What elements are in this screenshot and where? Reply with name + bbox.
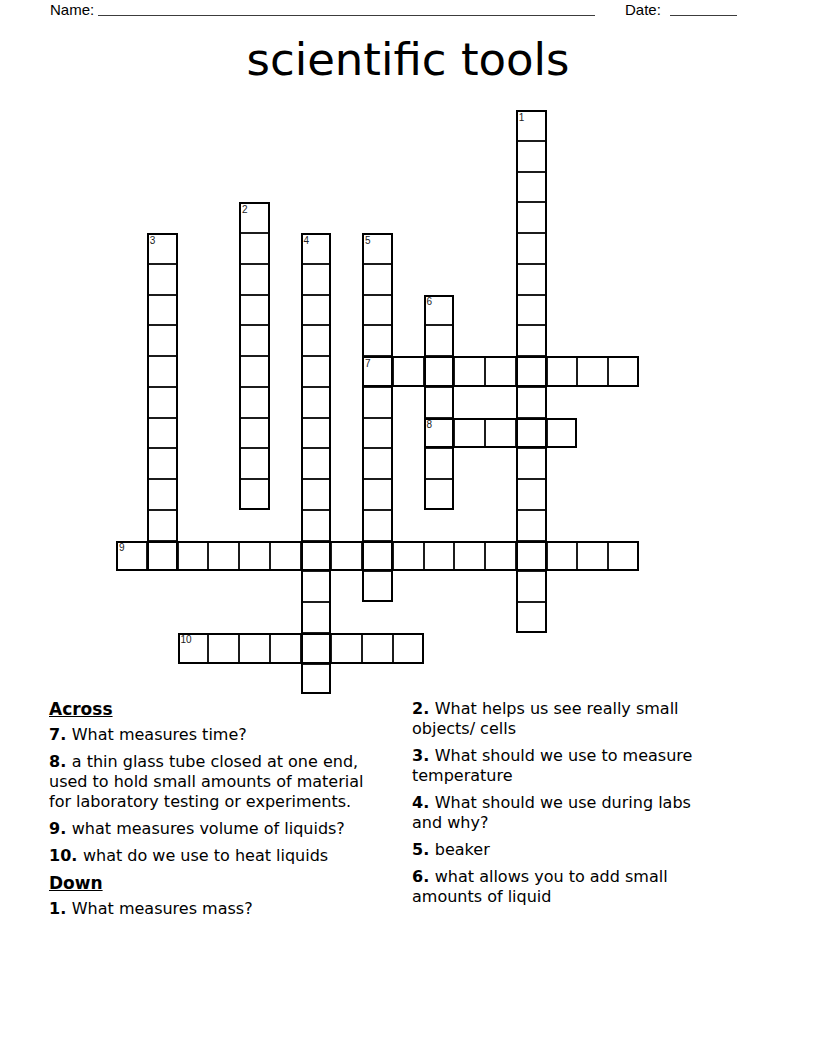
word-outline-4-down: [301, 233, 332, 694]
down-clue-list-right: 2. What helps us see really small object…: [412, 699, 724, 907]
word-outline-2-down: [239, 202, 270, 510]
grid-number-10: 10: [181, 635, 192, 645]
clue-8-number: 8.: [49, 752, 72, 771]
down-heading: Down: [49, 873, 381, 893]
crossword-grid: 12345678910: [116, 110, 639, 694]
clue-6-number: 6.: [412, 867, 435, 886]
clue-3: 3. What should we use to measure tempera…: [412, 746, 724, 786]
clue-8: 8. a thin glass tube closed at one end, …: [49, 752, 381, 812]
clue-10-number: 10.: [49, 846, 83, 865]
word-outline-3-down: [147, 233, 178, 571]
grid-number-2: 2: [242, 205, 248, 215]
grid-number-4: 4: [304, 236, 310, 246]
across-heading: Across: [49, 699, 381, 719]
name-label: Name:: [50, 1, 94, 18]
grid-number-9: 9: [119, 543, 125, 553]
grid-number-3: 3: [150, 236, 156, 246]
clue-9: 9. what measures volume of liquids?: [49, 819, 381, 839]
grid-number-1: 1: [519, 113, 525, 123]
word-outline-9-across: [116, 541, 639, 572]
word-outline-7-across: [362, 356, 639, 387]
clue-2-number: 2.: [412, 699, 435, 718]
clue-4-number: 4.: [412, 793, 435, 812]
clue-10: 10. what do we use to heat liquids: [49, 846, 381, 866]
clue-7: 7. What measures time?: [49, 725, 381, 745]
grid-number-5: 5: [365, 236, 371, 246]
word-outline-6-down: [424, 295, 455, 510]
grid-number-8: 8: [427, 420, 433, 430]
grid-number-6: 6: [427, 297, 433, 307]
clue-7-number: 7.: [49, 725, 72, 744]
name-blank-line[interactable]: [98, 0, 595, 16]
across-clue-list: 7. What measures time?8. a thin glass tu…: [49, 725, 381, 866]
clue-1: 1. What measures mass?: [49, 899, 381, 919]
clues-right-column: 2. What helps us see really small object…: [412, 699, 724, 914]
clue-1-number: 1.: [49, 899, 72, 918]
clue-3-number: 3.: [412, 746, 435, 765]
worksheet-page: Name: Date: scientific tools 12345678910…: [0, 0, 816, 1056]
clue-6: 6. what allows you to add small amounts …: [412, 867, 724, 907]
clue-4: 4. What should we use during labs and wh…: [412, 793, 724, 833]
page-title: scientific tools: [0, 33, 816, 86]
word-outline-8-across: [424, 418, 578, 449]
date-label: Date:: [625, 1, 661, 18]
clue-5: 5. beaker: [412, 840, 724, 860]
clue-2: 2. What helps us see really small object…: [412, 699, 724, 739]
down-clue-list-left: 1. What measures mass?: [49, 899, 381, 919]
date-blank-line[interactable]: [670, 0, 737, 16]
clues-left-column: Across 7. What measures time?8. a thin g…: [49, 699, 381, 926]
clue-9-number: 9.: [49, 819, 72, 838]
word-outline-10-across: [178, 633, 424, 664]
grid-number-7: 7: [365, 359, 371, 369]
clue-5-number: 5.: [412, 840, 435, 859]
